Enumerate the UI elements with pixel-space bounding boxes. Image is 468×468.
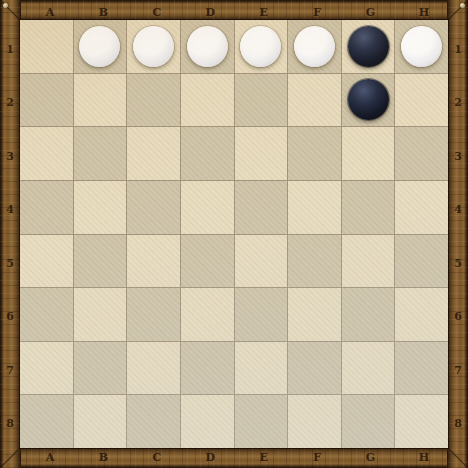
rank-label-right-5: 5: [454, 256, 462, 269]
square-c6[interactable]: [127, 288, 180, 341]
square-c1[interactable]: [127, 20, 180, 73]
file-label-bottom-a: A: [46, 451, 55, 464]
white-disc-b1[interactable]: [79, 26, 120, 67]
file-label-bottom-c: C: [152, 451, 161, 464]
rank-label-right-2: 2: [454, 96, 462, 109]
square-f3[interactable]: [288, 127, 341, 180]
square-g8[interactable]: [342, 395, 395, 448]
square-h5[interactable]: [395, 235, 448, 288]
square-d7[interactable]: [181, 342, 234, 395]
file-label-top-h: H: [419, 6, 429, 19]
file-label-bottom-g: G: [366, 451, 375, 464]
square-g2[interactable]: [342, 74, 395, 127]
square-c5[interactable]: [127, 235, 180, 288]
white-disc-e1[interactable]: [240, 26, 281, 67]
white-disc-d1[interactable]: [187, 26, 228, 67]
square-h8[interactable]: [395, 395, 448, 448]
square-d6[interactable]: [181, 288, 234, 341]
square-e8[interactable]: [235, 395, 288, 448]
square-a3[interactable]: [20, 127, 73, 180]
square-c3[interactable]: [127, 127, 180, 180]
black-disc-g1[interactable]: [348, 26, 389, 67]
game-board: [20, 20, 448, 448]
white-disc-f1[interactable]: [294, 26, 335, 67]
rank-label-right-8: 8: [454, 416, 462, 429]
file-label-top-d: D: [205, 6, 215, 19]
rank-label-left-7: 7: [6, 363, 14, 376]
rank-label-left-3: 3: [6, 149, 14, 162]
square-e4[interactable]: [235, 181, 288, 234]
rank-label-left-2: 2: [6, 96, 14, 109]
square-d3[interactable]: [181, 127, 234, 180]
file-label-bottom-h: H: [419, 451, 429, 464]
rank-label-left-1: 1: [6, 42, 14, 55]
square-b5[interactable]: [74, 235, 127, 288]
rank-label-left-4: 4: [6, 203, 14, 216]
white-disc-c1[interactable]: [133, 26, 174, 67]
square-g1[interactable]: [342, 20, 395, 73]
square-h4[interactable]: [395, 181, 448, 234]
rank-label-right-4: 4: [454, 203, 462, 216]
square-c4[interactable]: [127, 181, 180, 234]
corner-pin: [3, 3, 8, 8]
square-a5[interactable]: [20, 235, 73, 288]
square-a2[interactable]: [20, 74, 73, 127]
square-d4[interactable]: [181, 181, 234, 234]
file-label-top-e: E: [259, 6, 267, 19]
rank-label-right-7: 7: [454, 363, 462, 376]
square-b8[interactable]: [74, 395, 127, 448]
square-c7[interactable]: [127, 342, 180, 395]
square-f4[interactable]: [288, 181, 341, 234]
square-h3[interactable]: [395, 127, 448, 180]
rank-label-left-6: 6: [6, 310, 14, 323]
file-label-top-b: B: [99, 6, 108, 19]
square-d5[interactable]: [181, 235, 234, 288]
frame-mitre-joint: [0, 447, 21, 468]
frame-top-rail: [0, 0, 468, 21]
square-e3[interactable]: [235, 127, 288, 180]
square-d1[interactable]: [181, 20, 234, 73]
square-e2[interactable]: [235, 74, 288, 127]
square-h7[interactable]: [395, 342, 448, 395]
board-frame: AABBCCDDEEFFGGHH1122334455667788: [0, 0, 468, 468]
square-b4[interactable]: [74, 181, 127, 234]
square-e1[interactable]: [235, 20, 288, 73]
frame-mitre-joint: [447, 447, 468, 468]
square-h2[interactable]: [395, 74, 448, 127]
square-a1[interactable]: [20, 20, 73, 73]
square-a6[interactable]: [20, 288, 73, 341]
square-g4[interactable]: [342, 181, 395, 234]
square-g6[interactable]: [342, 288, 395, 341]
square-d2[interactable]: [181, 74, 234, 127]
square-c8[interactable]: [127, 395, 180, 448]
rank-label-right-6: 6: [454, 310, 462, 323]
rank-label-right-1: 1: [454, 42, 462, 55]
square-f8[interactable]: [288, 395, 341, 448]
square-a4[interactable]: [20, 181, 73, 234]
square-e7[interactable]: [235, 342, 288, 395]
frame-bottom-rail: [0, 447, 468, 468]
corner-pin: [460, 3, 465, 8]
square-g3[interactable]: [342, 127, 395, 180]
white-disc-h1[interactable]: [401, 26, 442, 67]
square-g5[interactable]: [342, 235, 395, 288]
square-c2[interactable]: [127, 74, 180, 127]
file-label-top-g: G: [366, 6, 375, 19]
square-b7[interactable]: [74, 342, 127, 395]
square-a8[interactable]: [20, 395, 73, 448]
frame-right-rail: [447, 0, 468, 468]
square-a7[interactable]: [20, 342, 73, 395]
square-h6[interactable]: [395, 288, 448, 341]
file-label-bottom-b: B: [99, 451, 108, 464]
file-label-top-a: A: [46, 6, 55, 19]
file-label-top-f: F: [313, 6, 321, 19]
file-label-bottom-d: D: [205, 451, 215, 464]
square-e5[interactable]: [235, 235, 288, 288]
square-b1[interactable]: [74, 20, 127, 73]
square-b3[interactable]: [74, 127, 127, 180]
square-f7[interactable]: [288, 342, 341, 395]
square-h1[interactable]: [395, 20, 448, 73]
square-f1[interactable]: [288, 20, 341, 73]
square-f6[interactable]: [288, 288, 341, 341]
black-disc-g2[interactable]: [348, 79, 389, 120]
rank-label-right-3: 3: [454, 149, 462, 162]
frame-left-rail: [0, 0, 21, 468]
square-f2[interactable]: [288, 74, 341, 127]
file-label-bottom-f: F: [313, 451, 321, 464]
square-e6[interactable]: [235, 288, 288, 341]
file-label-top-c: C: [152, 6, 161, 19]
square-f5[interactable]: [288, 235, 341, 288]
square-b6[interactable]: [74, 288, 127, 341]
rank-label-left-8: 8: [6, 416, 14, 429]
frame-mitre-joint: [447, 0, 468, 21]
file-label-bottom-e: E: [259, 451, 267, 464]
square-g7[interactable]: [342, 342, 395, 395]
rank-label-left-5: 5: [6, 256, 14, 269]
square-b2[interactable]: [74, 74, 127, 127]
square-d8[interactable]: [181, 395, 234, 448]
